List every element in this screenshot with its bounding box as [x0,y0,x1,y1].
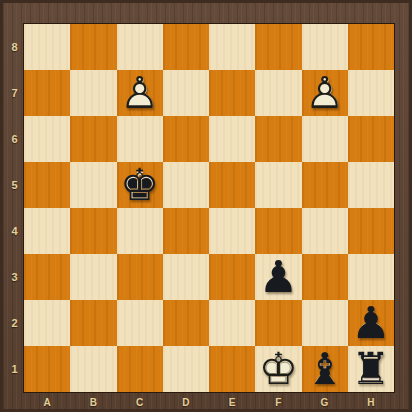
rank-label-5: 5 [6,162,23,208]
square-h6[interactable] [348,116,394,162]
square-g5[interactable] [302,162,348,208]
square-c5[interactable]: ♚♚ [117,162,163,208]
white-piece-outline: ♔ [255,346,301,392]
black-pawn[interactable]: ♟♟ [255,254,301,300]
square-f8[interactable] [255,24,301,70]
white-pawn[interactable]: ♟♙ [117,70,163,116]
square-f6[interactable] [255,116,301,162]
black-piece-body: ♟ [255,254,301,300]
black-piece-body: ♝ [302,346,348,392]
square-d4[interactable] [163,208,209,254]
square-h5[interactable] [348,162,394,208]
square-h4[interactable] [348,208,394,254]
square-e7[interactable] [209,70,255,116]
file-label-h: H [348,394,394,412]
square-a4[interactable] [24,208,70,254]
chess-board: ♟♙♟♙♚♚♟♟♟♟♚♔♝♝♜♜ [24,24,394,392]
square-c3[interactable] [117,254,163,300]
rank-label-3: 3 [6,254,23,300]
file-label-d: D [163,394,209,412]
rank-label-8: 8 [6,24,23,70]
square-g6[interactable] [302,116,348,162]
square-g7[interactable]: ♟♙ [302,70,348,116]
square-b5[interactable] [70,162,116,208]
file-label-a: A [24,394,70,412]
white-piece-outline: ♙ [117,70,163,116]
black-rook[interactable]: ♜♜ [348,346,394,392]
square-e1[interactable] [209,346,255,392]
square-b7[interactable] [70,70,116,116]
black-piece-body: ♜ [348,346,394,392]
square-f7[interactable] [255,70,301,116]
square-a3[interactable] [24,254,70,300]
white-piece-outline: ♙ [302,70,348,116]
square-f1[interactable]: ♚♔ [255,346,301,392]
square-h2[interactable]: ♟♟ [348,300,394,346]
black-bishop[interactable]: ♝♝ [302,346,348,392]
square-d7[interactable] [163,70,209,116]
square-a5[interactable] [24,162,70,208]
square-b4[interactable] [70,208,116,254]
square-f5[interactable] [255,162,301,208]
square-b8[interactable] [70,24,116,70]
square-b2[interactable] [70,300,116,346]
black-king[interactable]: ♚♚ [117,162,163,208]
rank-label-4: 4 [6,208,23,254]
black-piece-body: ♚ [117,162,163,208]
square-c7[interactable]: ♟♙ [117,70,163,116]
square-b3[interactable] [70,254,116,300]
square-d3[interactable] [163,254,209,300]
square-e5[interactable] [209,162,255,208]
square-e8[interactable] [209,24,255,70]
square-c8[interactable] [117,24,163,70]
square-e2[interactable] [209,300,255,346]
square-d5[interactable] [163,162,209,208]
file-label-g: G [302,394,348,412]
square-a6[interactable] [24,116,70,162]
file-label-f: F [255,394,301,412]
white-pawn[interactable]: ♟♙ [302,70,348,116]
square-b6[interactable] [70,116,116,162]
square-a2[interactable] [24,300,70,346]
square-c6[interactable] [117,116,163,162]
square-h7[interactable] [348,70,394,116]
square-a1[interactable] [24,346,70,392]
square-g1[interactable]: ♝♝ [302,346,348,392]
square-d2[interactable] [163,300,209,346]
square-a7[interactable] [24,70,70,116]
square-g3[interactable] [302,254,348,300]
square-c1[interactable] [117,346,163,392]
square-h8[interactable] [348,24,394,70]
square-g2[interactable] [302,300,348,346]
square-e6[interactable] [209,116,255,162]
square-b1[interactable] [70,346,116,392]
square-f4[interactable] [255,208,301,254]
square-f2[interactable] [255,300,301,346]
file-label-e: E [209,394,255,412]
board-frame: ♟♙♟♙♚♚♟♟♟♟♚♔♝♝♜♜ 87654321ABCDEFGH [0,0,412,412]
square-h3[interactable] [348,254,394,300]
square-e3[interactable] [209,254,255,300]
square-g8[interactable] [302,24,348,70]
rank-label-6: 6 [6,116,23,162]
rank-label-7: 7 [6,70,23,116]
square-g4[interactable] [302,208,348,254]
square-f3[interactable]: ♟♟ [255,254,301,300]
square-a8[interactable] [24,24,70,70]
square-d8[interactable] [163,24,209,70]
black-piece-body: ♟ [348,300,394,346]
square-d6[interactable] [163,116,209,162]
rank-label-1: 1 [6,346,23,392]
white-king[interactable]: ♚♔ [255,346,301,392]
square-c4[interactable] [117,208,163,254]
square-e4[interactable] [209,208,255,254]
square-h1[interactable]: ♜♜ [348,346,394,392]
file-label-c: C [117,394,163,412]
square-d1[interactable] [163,346,209,392]
rank-label-2: 2 [6,300,23,346]
file-label-b: B [70,394,116,412]
square-c2[interactable] [117,300,163,346]
black-pawn[interactable]: ♟♟ [348,300,394,346]
